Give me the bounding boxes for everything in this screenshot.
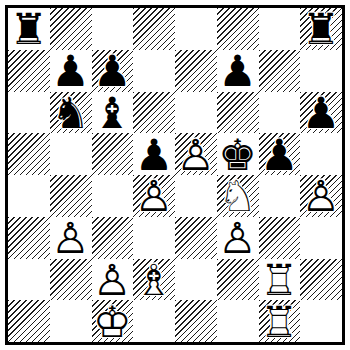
square-h3[interactable] <box>300 217 342 259</box>
piece-glyph-fill: ♟ <box>133 134 175 175</box>
square-g6[interactable] <box>259 92 301 134</box>
piece-white-pawn[interactable]: ♟♙ <box>300 175 342 217</box>
square-d8[interactable] <box>133 8 175 50</box>
square-d1[interactable] <box>133 300 175 342</box>
square-f5[interactable]: ♚ <box>217 133 259 175</box>
square-a3[interactable] <box>8 217 50 259</box>
square-b2[interactable] <box>50 259 92 301</box>
square-h4[interactable]: ♟♙ <box>300 175 342 217</box>
square-h5[interactable] <box>300 133 342 175</box>
square-h8[interactable]: ♜ <box>300 8 342 50</box>
piece-black-pawn[interactable]: ♟ <box>259 133 301 175</box>
piece-glyph-outline: ♙ <box>92 260 134 301</box>
square-c8[interactable] <box>92 8 134 50</box>
piece-black-pawn[interactable]: ♟ <box>300 92 342 134</box>
square-e8[interactable] <box>175 8 217 50</box>
square-a1[interactable] <box>8 300 50 342</box>
piece-white-rook[interactable]: ♜♖ <box>259 300 301 342</box>
chess-board: ♜♜♟♟♟♞♝♟♟♟♙♚♟♟♙♞♘♟♙♟♙♟♙♟♙♝♗♜♖♚♔♜♖ <box>5 5 345 345</box>
square-e2[interactable] <box>175 259 217 301</box>
square-f2[interactable] <box>217 259 259 301</box>
piece-glyph-fill: ♟ <box>92 51 134 92</box>
square-b4[interactable] <box>50 175 92 217</box>
square-g5[interactable]: ♟ <box>259 133 301 175</box>
piece-white-pawn[interactable]: ♟♙ <box>92 259 134 301</box>
piece-white-pawn[interactable]: ♟♙ <box>217 217 259 259</box>
piece-glyph-fill: ♟ <box>50 51 92 92</box>
square-h6[interactable]: ♟ <box>300 92 342 134</box>
piece-glyph-outline: ♖ <box>259 260 301 301</box>
square-e5[interactable]: ♟♙ <box>175 133 217 175</box>
piece-white-pawn[interactable]: ♟♙ <box>175 133 217 175</box>
square-h7[interactable] <box>300 50 342 92</box>
square-a2[interactable] <box>8 259 50 301</box>
piece-glyph-fill: ♜ <box>300 9 342 50</box>
square-h2[interactable] <box>300 259 342 301</box>
square-g4[interactable] <box>259 175 301 217</box>
square-a6[interactable] <box>8 92 50 134</box>
piece-white-rook[interactable]: ♜♖ <box>259 259 301 301</box>
square-f4[interactable]: ♞♘ <box>217 175 259 217</box>
square-c6[interactable]: ♝ <box>92 92 134 134</box>
square-a8[interactable]: ♜ <box>8 8 50 50</box>
square-b8[interactable] <box>50 8 92 50</box>
piece-glyph-outline: ♗ <box>133 260 175 301</box>
square-b6[interactable]: ♞ <box>50 92 92 134</box>
square-f6[interactable] <box>217 92 259 134</box>
square-h1[interactable] <box>300 300 342 342</box>
square-f8[interactable] <box>217 8 259 50</box>
square-e7[interactable] <box>175 50 217 92</box>
square-b1[interactable] <box>50 300 92 342</box>
square-f3[interactable]: ♟♙ <box>217 217 259 259</box>
piece-glyph-fill: ♟ <box>217 51 259 92</box>
square-f7[interactable]: ♟ <box>217 50 259 92</box>
piece-glyph-fill: ♝ <box>92 93 134 134</box>
square-a5[interactable] <box>8 133 50 175</box>
square-b5[interactable] <box>50 133 92 175</box>
piece-black-king[interactable]: ♚ <box>217 133 259 175</box>
piece-glyph-fill: ♜ <box>8 9 50 50</box>
piece-glyph-outline: ♙ <box>133 176 175 217</box>
piece-black-knight[interactable]: ♞ <box>50 92 92 134</box>
piece-glyph-outline: ♔ <box>92 301 134 342</box>
square-e4[interactable] <box>175 175 217 217</box>
piece-glyph-outline: ♙ <box>300 176 342 217</box>
square-d2[interactable]: ♝♗ <box>133 259 175 301</box>
square-d7[interactable] <box>133 50 175 92</box>
piece-white-pawn[interactable]: ♟♙ <box>50 217 92 259</box>
square-e3[interactable] <box>175 217 217 259</box>
square-e1[interactable] <box>175 300 217 342</box>
piece-white-bishop[interactable]: ♝♗ <box>133 259 175 301</box>
square-c4[interactable] <box>92 175 134 217</box>
square-c3[interactable] <box>92 217 134 259</box>
piece-glyph-fill: ♞ <box>50 93 92 134</box>
piece-glyph-outline: ♙ <box>217 218 259 259</box>
piece-glyph-fill: ♟ <box>259 134 301 175</box>
piece-white-knight[interactable]: ♞♘ <box>217 175 259 217</box>
piece-black-pawn[interactable]: ♟ <box>92 50 134 92</box>
piece-glyph-outline: ♙ <box>50 218 92 259</box>
piece-glyph-fill: ♟ <box>300 93 342 134</box>
piece-black-pawn[interactable]: ♟ <box>50 50 92 92</box>
square-g3[interactable] <box>259 217 301 259</box>
piece-glyph-fill: ♚ <box>217 134 259 175</box>
square-b3[interactable]: ♟♙ <box>50 217 92 259</box>
square-e6[interactable] <box>175 92 217 134</box>
square-a7[interactable] <box>8 50 50 92</box>
piece-black-rook[interactable]: ♜ <box>8 8 50 50</box>
piece-black-bishop[interactable]: ♝ <box>92 92 134 134</box>
piece-black-pawn[interactable]: ♟ <box>133 133 175 175</box>
piece-glyph-outline: ♘ <box>217 176 259 217</box>
square-g7[interactable] <box>259 50 301 92</box>
piece-white-king[interactable]: ♚♔ <box>92 300 134 342</box>
piece-white-pawn[interactable]: ♟♙ <box>133 175 175 217</box>
square-g2[interactable]: ♜♖ <box>259 259 301 301</box>
square-f1[interactable] <box>217 300 259 342</box>
piece-black-pawn[interactable]: ♟ <box>217 50 259 92</box>
square-a4[interactable] <box>8 175 50 217</box>
square-c7[interactable]: ♟ <box>92 50 134 92</box>
piece-glyph-outline: ♖ <box>259 301 301 342</box>
chess-diagram: ♜♜♟♟♟♞♝♟♟♟♙♚♟♟♙♞♘♟♙♟♙♟♙♟♙♝♗♜♖♚♔♜♖ <box>0 0 350 350</box>
square-d5[interactable]: ♟ <box>133 133 175 175</box>
square-d4[interactable]: ♟♙ <box>133 175 175 217</box>
square-g1[interactable]: ♜♖ <box>259 300 301 342</box>
square-c1[interactable]: ♚♔ <box>92 300 134 342</box>
square-b7[interactable]: ♟ <box>50 50 92 92</box>
square-c2[interactable]: ♟♙ <box>92 259 134 301</box>
square-d6[interactable] <box>133 92 175 134</box>
square-c5[interactable] <box>92 133 134 175</box>
square-g8[interactable] <box>259 8 301 50</box>
piece-black-rook[interactable]: ♜ <box>300 8 342 50</box>
square-d3[interactable] <box>133 217 175 259</box>
piece-glyph-outline: ♙ <box>175 134 217 175</box>
